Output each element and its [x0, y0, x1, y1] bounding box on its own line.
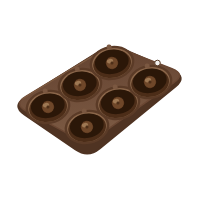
hang-hole [155, 60, 161, 66]
baking-mold-image [0, 0, 200, 200]
product-photo [0, 0, 200, 200]
